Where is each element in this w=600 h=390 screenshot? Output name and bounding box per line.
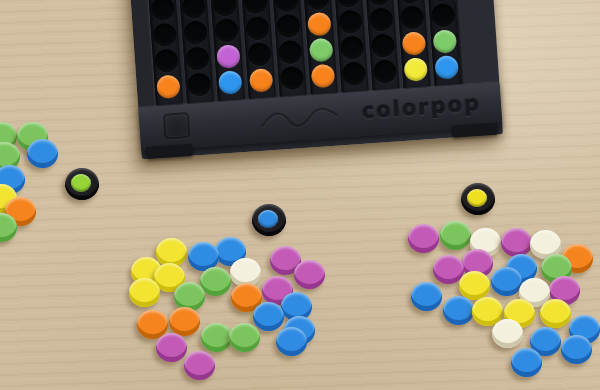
ring-token-green[interactable]: [65, 168, 99, 200]
right-pile-token-blue[interactable]: [561, 335, 592, 364]
middle-pile-token-blue[interactable]: [276, 327, 307, 356]
right-pile-token-blue[interactable]: [491, 267, 522, 296]
ring-token-center-green: [71, 174, 91, 192]
middle-pile-token-green[interactable]: [200, 267, 231, 296]
loose-tokens-layer: [0, 0, 600, 390]
right-pile-token-blue[interactable]: [411, 282, 442, 311]
left-pile-token-blue[interactable]: [27, 139, 58, 168]
middle-pile-token-magenta[interactable]: [156, 333, 187, 362]
right-pile-token-magenta[interactable]: [408, 224, 439, 253]
ring-token-center-blue: [258, 210, 278, 228]
middle-pile-token-yellow[interactable]: [129, 278, 160, 307]
right-pile-token-yellow[interactable]: [459, 271, 490, 300]
right-pile-token-blue[interactable]: [511, 348, 542, 377]
right-pile-token-blue[interactable]: [443, 296, 474, 325]
middle-pile-token-green[interactable]: [201, 323, 232, 352]
middle-pile-token-blue[interactable]: [253, 302, 284, 331]
middle-pile-token-magenta[interactable]: [184, 351, 215, 380]
middle-pile-token-green[interactable]: [229, 323, 260, 352]
right-pile-token-white[interactable]: [492, 319, 523, 348]
ring-token-blue[interactable]: [252, 204, 286, 236]
right-pile-token-green[interactable]: [440, 221, 471, 250]
middle-pile-token-magenta[interactable]: [294, 260, 325, 289]
ring-token-yellow[interactable]: [461, 183, 495, 215]
right-pile-token-magenta[interactable]: [501, 228, 532, 257]
right-pile-token-yellow[interactable]: [540, 299, 571, 328]
middle-pile-token-orange[interactable]: [169, 307, 200, 336]
middle-pile-token-green[interactable]: [174, 282, 205, 311]
wooden-table: colorpop: [0, 0, 600, 390]
ring-token-center-yellow: [467, 189, 487, 207]
